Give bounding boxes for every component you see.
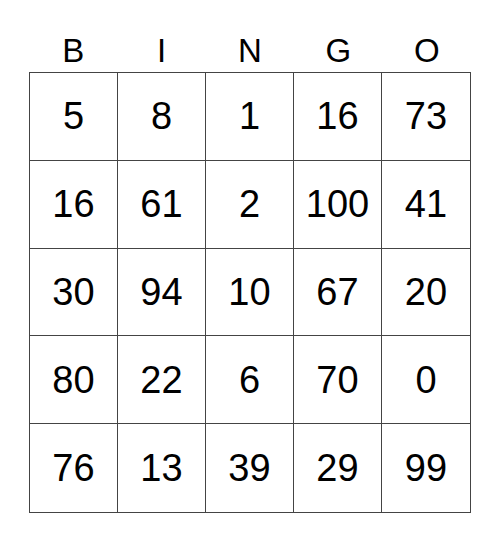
cell-r5c3[interactable]: 39 (206, 424, 294, 512)
cell-r2c3[interactable]: 2 (206, 161, 294, 249)
cell-r4c2[interactable]: 22 (118, 336, 206, 424)
column-letter-o: O (383, 0, 471, 72)
cell-r5c2[interactable]: 13 (118, 424, 206, 512)
column-letter-n: N (206, 0, 294, 72)
cell-r4c1[interactable]: 80 (30, 336, 118, 424)
cell-r4c4[interactable]: 70 (294, 336, 382, 424)
cell-r5c1[interactable]: 76 (30, 424, 118, 512)
cell-r5c5[interactable]: 99 (382, 424, 470, 512)
cell-r4c3[interactable]: 6 (206, 336, 294, 424)
cell-r2c2[interactable]: 61 (118, 161, 206, 249)
bingo-grid: 5 8 1 16 73 16 61 2 100 41 30 94 10 67 2… (29, 72, 471, 513)
cell-r2c1[interactable]: 16 (30, 161, 118, 249)
cell-r3c1[interactable]: 30 (30, 249, 118, 337)
cell-r2c4[interactable]: 100 (294, 161, 382, 249)
column-letter-i: I (117, 0, 205, 72)
column-letter-g: G (294, 0, 382, 72)
cell-r5c4[interactable]: 29 (294, 424, 382, 512)
bingo-card: B I N G O 5 8 1 16 73 16 61 2 100 41 30 … (0, 0, 500, 544)
cell-r3c5[interactable]: 20 (382, 249, 470, 337)
cell-r1c4[interactable]: 16 (294, 73, 382, 161)
cell-r3c4[interactable]: 67 (294, 249, 382, 337)
cell-r3c2[interactable]: 94 (118, 249, 206, 337)
cell-r1c5[interactable]: 73 (382, 73, 470, 161)
cell-r4c5[interactable]: 0 (382, 336, 470, 424)
cell-r1c2[interactable]: 8 (118, 73, 206, 161)
cell-r3c3[interactable]: 10 (206, 249, 294, 337)
bingo-header: B I N G O (29, 0, 471, 72)
cell-r2c5[interactable]: 41 (382, 161, 470, 249)
column-letter-b: B (29, 0, 117, 72)
cell-r1c1[interactable]: 5 (30, 73, 118, 161)
cell-r1c3[interactable]: 1 (206, 73, 294, 161)
